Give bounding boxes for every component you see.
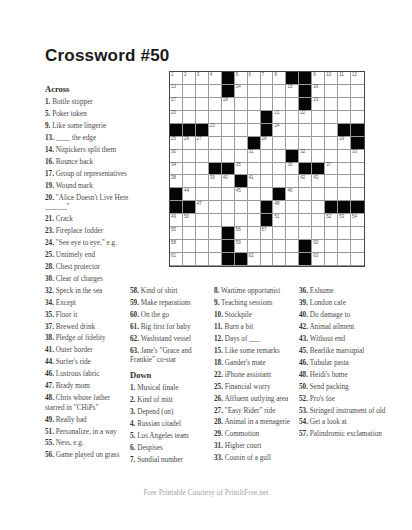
grid-cell: 53 <box>338 214 351 227</box>
black-cell <box>235 175 248 188</box>
cell-number: 59 <box>236 240 241 245</box>
grid-cell: 15 <box>286 85 299 98</box>
grid-cell: 28 <box>261 137 274 150</box>
grid-cell <box>209 137 222 150</box>
grid-cell <box>183 175 196 188</box>
grid-cell <box>183 163 196 176</box>
grid-cell <box>261 253 274 266</box>
grid-cell <box>248 188 261 201</box>
down-header: Down <box>130 370 209 380</box>
clue-item: 49. Really bad <box>45 416 130 425</box>
grid-cell: 33 <box>351 150 364 163</box>
grid-cell <box>325 240 338 253</box>
grid-cell: 17 <box>170 98 183 111</box>
grid-cell: 11 <box>338 72 351 85</box>
cell-number: 19 <box>313 97 318 102</box>
grid-cell <box>325 227 338 240</box>
clue-item: 7. Sundial number <box>130 456 209 465</box>
black-cell <box>299 85 312 98</box>
grid-cell <box>261 85 274 98</box>
grid-cell <box>261 240 274 253</box>
clue-item: 57. Palindromic exclamation <box>299 430 389 439</box>
black-cell <box>299 253 312 266</box>
black-cell <box>261 214 274 227</box>
grid-cell <box>248 201 261 214</box>
cell-number: 34 <box>171 162 176 167</box>
grid-cell: 34 <box>170 163 183 176</box>
cell-number: 47 <box>197 201 202 206</box>
grid-cell <box>351 253 364 266</box>
cell-number: 14 <box>236 84 241 89</box>
grid-cell <box>299 214 312 227</box>
cell-number: 26 <box>184 136 189 141</box>
grid-cell <box>209 253 222 266</box>
grid-cell: 54 <box>351 214 364 227</box>
clue-column-across: Across 1. Bottle stopper5. Poker token9.… <box>45 84 130 463</box>
grid-cell: 40 <box>222 175 235 188</box>
clue-item: 18. Gander's mate <box>214 359 295 368</box>
black-cell <box>222 163 235 176</box>
grid-cell <box>338 163 351 176</box>
grid-cell <box>196 163 209 176</box>
cell-number: 11 <box>339 72 344 77</box>
clue-item: 44. Surfer's ride <box>45 358 130 367</box>
grid-cell <box>209 98 222 111</box>
grid-cell <box>261 150 274 163</box>
down-clues-list: 1. Musical finale2. Kind of mitt3. Depen… <box>130 384 209 465</box>
cell-number: 52 <box>326 214 331 219</box>
grid-cell <box>273 253 286 266</box>
grid-cell <box>196 150 209 163</box>
cell-number: 6 <box>249 72 252 77</box>
grid-cell <box>273 240 286 253</box>
clue-item: 48. Chris whose father starred in "CHiPs… <box>45 394 130 413</box>
grid-cell <box>196 253 209 266</box>
grid-cell <box>351 227 364 240</box>
clue-item: 62. Washstand vessel <box>130 335 209 344</box>
grid-cell <box>183 227 196 240</box>
cell-number: 12 <box>352 72 357 77</box>
clue-item: 5. Poker token <box>45 110 130 119</box>
cell-number: 42 <box>300 175 305 180</box>
grid-cell <box>196 175 209 188</box>
clue-item: 17. Group of representatives <box>45 170 130 179</box>
clue-item: 9. Teaching sessions <box>214 299 295 308</box>
cell-number: 2 <box>184 72 187 77</box>
grid-cell <box>338 240 351 253</box>
grid-cell <box>299 227 312 240</box>
clue-item: 22. iPhone assistant <box>214 371 295 380</box>
grid-cell <box>183 85 196 98</box>
grid-cell: 39 <box>209 175 222 188</box>
clue-item: 28. Chest protector <box>45 263 130 272</box>
cell-number: 44 <box>184 188 189 193</box>
cell-number: 63 <box>313 253 318 258</box>
black-cell <box>183 124 196 137</box>
grid-cell <box>325 85 338 98</box>
black-cell <box>325 201 338 214</box>
grid-cell <box>351 85 364 98</box>
down-clues-list-continued-2: 36. Exhume39. London cafe40. Do damage t… <box>299 287 389 440</box>
cell-number: 1 <box>171 72 174 77</box>
grid-cell <box>196 111 209 124</box>
black-cell <box>299 98 312 111</box>
cell-number: 56 <box>236 227 241 232</box>
cell-number: 39 <box>210 175 215 180</box>
cell-number: 13 <box>171 84 176 89</box>
grid-cell: 31 <box>248 150 261 163</box>
grid-cell: 30 <box>170 150 183 163</box>
grid-cell: 49 <box>170 214 183 227</box>
grid-cell <box>235 214 248 227</box>
grid-cell <box>222 124 235 137</box>
grid-cell <box>248 111 261 124</box>
grid-cell <box>338 150 351 163</box>
grid-cell: 48 <box>273 201 286 214</box>
grid-cell <box>196 98 209 111</box>
grid-cell <box>325 253 338 266</box>
grid-cell <box>222 214 235 227</box>
clue-item: 1. Bottle stopper <box>45 98 130 107</box>
grid-cell <box>273 137 286 150</box>
grid-cell <box>222 188 235 201</box>
cell-number: 36 <box>287 162 292 167</box>
cell-number: 53 <box>339 214 344 219</box>
grid-cell: 24 <box>273 124 286 137</box>
grid-cell <box>351 163 364 176</box>
clue-item: 5. Los Angeles team <box>130 432 209 441</box>
grid-cell: 27 <box>196 137 209 150</box>
grid-cell <box>312 201 325 214</box>
clue-item: 33. Cousin of a gull <box>214 454 295 463</box>
black-cell <box>170 201 183 214</box>
grid-cell <box>351 175 364 188</box>
grid-cell <box>209 188 222 201</box>
clue-item: 1. Musical finale <box>130 384 209 393</box>
grid-cell <box>235 150 248 163</box>
grid-cell: 32 <box>299 150 312 163</box>
clue-item: 45. Bearlike marsupial <box>299 347 389 356</box>
grid-cell: 42 <box>299 175 312 188</box>
grid-cell <box>338 227 351 240</box>
cell-number: 27 <box>197 136 202 141</box>
black-cell <box>351 124 364 137</box>
grid-cell: 16 <box>312 85 325 98</box>
cell-number: 62 <box>249 253 254 258</box>
grid-cell <box>286 98 299 111</box>
clue-item: 21. Crack <box>45 215 130 224</box>
grid-cell: 26 <box>183 137 196 150</box>
cell-number: 21 <box>274 110 279 115</box>
clue-item: 9. Like some lingerie <box>45 122 130 131</box>
grid-cell: 60 <box>312 240 325 253</box>
grid-cell: 21 <box>273 111 286 124</box>
black-cell <box>222 240 235 253</box>
cell-number: 9 <box>313 72 316 77</box>
clue-item: 14. Nitpickers split them <box>45 146 130 155</box>
grid-cell: 44 <box>183 188 196 201</box>
black-cell <box>222 227 235 240</box>
grid-cell <box>196 214 209 227</box>
grid-cell <box>338 175 351 188</box>
grid-cell <box>325 98 338 111</box>
clue-item: 24. "See eye to eye," e.g. <box>45 239 130 248</box>
grid-cell: 7 <box>261 72 274 85</box>
clue-item: 60. On the go <box>130 311 209 320</box>
clue-item: 6. Despises <box>130 444 209 453</box>
across-header: Across <box>45 84 130 94</box>
cell-number: 37 <box>326 162 331 167</box>
clue-item: 28. Animal in a menagerie <box>214 418 295 427</box>
grid-cell: 2 <box>183 72 196 85</box>
clue-item: 53. Stringed instrument of old <box>299 407 389 416</box>
grid-cell: 47 <box>196 201 209 214</box>
grid-cell <box>196 188 209 201</box>
grid-cell <box>183 98 196 111</box>
grid-cell: 20 <box>170 111 183 124</box>
black-cell <box>351 137 364 150</box>
across-clues-list: 1. Bottle stopper5. Poker token9. Like s… <box>45 98 130 461</box>
cell-number: 31 <box>249 149 254 154</box>
clue-item: 38. Pledge of fidelity <box>45 334 130 343</box>
cell-number: 15 <box>287 84 292 89</box>
grid-cell: 41 <box>248 175 261 188</box>
grid-cell <box>222 137 235 150</box>
grid-cell: 8 <box>273 72 286 85</box>
grid-cell <box>286 227 299 240</box>
grid-cell: 5 <box>235 72 248 85</box>
grid-cell <box>222 201 235 214</box>
cell-number: 20 <box>171 110 176 115</box>
cell-number: 22 <box>300 110 305 115</box>
grid-cell: 1 <box>170 72 183 85</box>
grid-cell <box>235 137 248 150</box>
clue-item: 51. Personalize, in a way <box>45 428 130 437</box>
clue-item: 3. Depend (on) <box>130 408 209 417</box>
down-clues-list-continued: 8. Wartime opportunist9. Teaching sessio… <box>214 287 295 464</box>
grid-cell <box>312 137 325 150</box>
grid-cell <box>248 124 261 137</box>
clue-column-3: 8. Wartime opportunist9. Teaching sessio… <box>214 287 295 466</box>
black-cell <box>261 124 274 137</box>
grid-cell <box>248 163 261 176</box>
cell-number: 55 <box>171 227 176 232</box>
clue-item: 12. Days of ___ <box>214 335 295 344</box>
grid-cell: 14 <box>235 85 248 98</box>
black-cell <box>183 201 196 214</box>
cell-number: 18 <box>223 97 228 102</box>
grid-cell <box>351 111 364 124</box>
grid-cell <box>209 150 222 163</box>
clue-item: 61. Big first for baby <box>130 323 209 332</box>
grid-cell: 63 <box>312 253 325 266</box>
grid-cell <box>312 150 325 163</box>
grid-cell <box>273 98 286 111</box>
clue-item: 46. Lustrous fabric <box>45 370 130 379</box>
grid-cell: 13 <box>170 85 183 98</box>
grid-cell <box>209 240 222 253</box>
grid-cell: 62 <box>248 253 261 266</box>
grid-cell: 59 <box>235 240 248 253</box>
grid-cell: 12 <box>351 72 364 85</box>
grid-cell <box>312 188 325 201</box>
cell-number: 43 <box>313 175 318 180</box>
grid-cell <box>325 175 338 188</box>
cell-number: 38 <box>171 175 176 180</box>
grid-cell <box>338 98 351 111</box>
cell-number: 7 <box>262 72 265 77</box>
clue-item: 42. Animal ailment <box>299 323 389 332</box>
grid-cell <box>299 188 312 201</box>
grid-cell <box>325 111 338 124</box>
clue-item: 32. Speck in the sea <box>45 287 130 296</box>
black-cell <box>261 201 274 214</box>
grid-cell: 4 <box>209 72 222 85</box>
black-cell <box>338 124 351 137</box>
grid-cell: 36 <box>286 163 299 176</box>
black-cell <box>222 85 235 98</box>
clue-item: 48. Heidi's home <box>299 371 389 380</box>
clue-item: 37. Brewed drink <box>45 323 130 332</box>
grid-cell <box>248 227 261 240</box>
cell-number: 49 <box>171 214 176 219</box>
grid-cell <box>261 188 274 201</box>
grid-cell <box>273 175 286 188</box>
clue-item: 16. Bounce back <box>45 158 130 167</box>
cell-number: 61 <box>171 253 176 258</box>
grid-cell: 22 <box>299 111 312 124</box>
grid-cell <box>338 85 351 98</box>
grid-cell <box>209 214 222 227</box>
cell-number: 17 <box>171 97 176 102</box>
cell-number: 57 <box>262 227 267 232</box>
cell-number: 40 <box>223 175 228 180</box>
grid-cell: 10 <box>325 72 338 85</box>
grid-cell <box>312 214 325 227</box>
footer-credit: Free Printable Courtesy of PrintItFree.n… <box>0 488 412 497</box>
cell-number: 54 <box>352 214 357 219</box>
clue-item: 13. ____ the edge <box>45 134 130 143</box>
cell-number: 33 <box>352 149 357 154</box>
black-cell <box>222 72 235 85</box>
black-cell <box>351 201 364 214</box>
grid-cell <box>248 85 261 98</box>
clue-item: 58. Kind of shirt <box>130 287 209 296</box>
cell-number: 10 <box>326 72 331 77</box>
grid-cell: 23 <box>209 124 222 137</box>
grid-cell <box>235 98 248 111</box>
black-cell <box>248 137 261 150</box>
grid-cell <box>299 124 312 137</box>
cell-number: 48 <box>274 201 279 206</box>
black-cell <box>196 124 209 137</box>
cell-number: 35 <box>236 162 241 167</box>
crossword-grid: 1234567891011121314151617181920212223242… <box>169 71 365 267</box>
black-cell <box>170 124 183 137</box>
grid-cell <box>325 150 338 163</box>
grid-cell: 35 <box>235 163 248 176</box>
grid-cell: 58 <box>170 240 183 253</box>
grid-cell: 37 <box>325 163 338 176</box>
cell-number: 45 <box>236 188 241 193</box>
clue-item: 19. Wound mark <box>45 182 130 191</box>
grid-cell: 51 <box>273 214 286 227</box>
cell-number: 46 <box>287 188 292 193</box>
grid-cell: 9 <box>312 72 325 85</box>
clue-item: 4. Russian citadel <box>130 420 209 429</box>
grid-cell: 56 <box>235 227 248 240</box>
grid-cell <box>325 137 338 150</box>
black-cell <box>286 72 299 85</box>
across-clues-list-continued: 58. Kind of shirt59. Make reparations60.… <box>130 287 209 365</box>
clue-item: 34. Except <box>45 299 130 308</box>
clue-item: 10. Stockpile <box>214 311 295 320</box>
grid-cell <box>338 111 351 124</box>
grid-cell: 3 <box>196 72 209 85</box>
clue-column-2: 58. Kind of shirt59. Make reparations60.… <box>130 287 209 468</box>
grid-cell: 45 <box>235 188 248 201</box>
grid-cell <box>286 124 299 137</box>
grid-cell <box>261 163 274 176</box>
grid-cell: 46 <box>286 188 299 201</box>
grid-cell: 55 <box>170 227 183 240</box>
grid-cell: 25 <box>170 137 183 150</box>
grid-cell: 52 <box>325 214 338 227</box>
black-cell <box>299 72 312 85</box>
clue-item: 59. Make reparations <box>130 299 209 308</box>
clue-item: 52. Pro's foe <box>299 395 389 404</box>
grid-cell <box>273 85 286 98</box>
grid-cell: 6 <box>248 72 261 85</box>
grid-cell <box>286 175 299 188</box>
grid-cell: 18 <box>222 98 235 111</box>
clue-item: 50. Send packing <box>299 383 389 392</box>
grid-cell <box>312 124 325 137</box>
black-cell <box>235 253 248 266</box>
grid-cell <box>222 111 235 124</box>
grid-cell: 61 <box>170 253 183 266</box>
grid-cell: 38 <box>170 175 183 188</box>
printable-crossword-page: Crossword #50 12345678910111213141516171… <box>0 0 412 530</box>
clue-item: 41. Outer border <box>45 346 130 355</box>
cell-number: 41 <box>249 175 254 180</box>
clue-item: 2. Kind of mitt <box>130 396 209 405</box>
grid-cell <box>273 163 286 176</box>
grid-cell <box>183 111 196 124</box>
grid-cell <box>209 201 222 214</box>
cell-number: 24 <box>274 123 279 128</box>
grid-cell <box>325 188 338 201</box>
grid-cell <box>338 253 351 266</box>
black-cell <box>286 150 299 163</box>
grid-cell <box>196 227 209 240</box>
cell-number: 16 <box>313 84 318 89</box>
clue-column-4: 36. Exhume39. London cafe40. Do damage t… <box>299 287 389 442</box>
grid-cell <box>325 124 338 137</box>
clue-item: 47. Brady mom <box>45 382 130 391</box>
grid-cell <box>286 111 299 124</box>
clue-item: 30. Clear of charges <box>45 275 130 284</box>
grid-cell <box>312 111 325 124</box>
grid-cell <box>209 85 222 98</box>
clue-item: 46. Tubular pasta <box>299 359 389 368</box>
grid-cell <box>196 240 209 253</box>
cell-number: 32 <box>300 149 305 154</box>
clue-item: 35. Floor it <box>45 311 130 320</box>
grid-cell: 43 <box>312 175 325 188</box>
page-title: Crossword #50 <box>45 46 169 66</box>
clue-item: 63. Jane's "Grace and Frankie" co-star <box>130 347 209 366</box>
